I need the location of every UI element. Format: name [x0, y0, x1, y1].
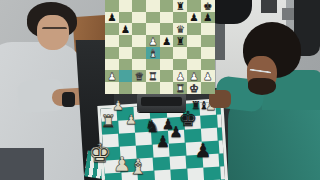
black-pawn-icon: ♟ — [189, 12, 198, 23]
square-b7 — [119, 12, 133, 24]
white-rook-piece: ♜ — [100, 113, 115, 130]
square-a6 — [105, 23, 119, 35]
square-h7: ♟ — [201, 12, 215, 24]
white-pawn-icon: ♟ — [176, 71, 185, 82]
square-d8 — [146, 0, 160, 12]
square-b2 — [119, 70, 133, 82]
square-f2: ♟ — [173, 70, 187, 82]
square-h1 — [201, 82, 215, 94]
square-b6: ♟ — [119, 23, 133, 35]
square-b4 — [119, 47, 133, 59]
square-h6 — [201, 23, 215, 35]
square-c6 — [132, 23, 146, 35]
square-f4 — [173, 47, 187, 59]
square-a2: ♟ — [105, 70, 119, 82]
black-king-icon: ♚ — [203, 1, 212, 12]
black-pawn-piece: ♟ — [194, 141, 211, 160]
black-pawn-icon: ♟ — [107, 12, 116, 23]
square-d7 — [146, 12, 160, 24]
right-player-beard — [248, 78, 276, 95]
square-e8 — [160, 0, 174, 12]
white-pawn-icon: ♟ — [203, 71, 212, 82]
square-a7: ♟ — [105, 12, 119, 24]
square-f5: ♜ — [173, 35, 187, 47]
square-a8 — [105, 0, 119, 12]
square-c5 — [132, 35, 146, 47]
white-queen-icon: ♛ — [135, 71, 144, 82]
black-pawn-icon: ♟ — [121, 24, 130, 35]
square-d1 — [146, 82, 160, 94]
white-king-piece: ♚ — [88, 140, 111, 166]
square-c2: ♛ — [132, 70, 146, 82]
square-d3 — [146, 59, 160, 71]
white-pawn-icon: ♟ — [189, 71, 198, 82]
square-h3 — [201, 59, 215, 71]
square-d2: ♜ — [146, 70, 160, 82]
square-b8 — [119, 0, 133, 12]
white-king-icon: ♚ — [189, 83, 198, 94]
square-c7 — [132, 12, 146, 24]
square-d6 — [146, 23, 160, 35]
chess-diagram-overlay: ♜♚♟♟♟♟♛♟♟♜♝♟♛♜♟♟♟♜♚ — [105, 0, 215, 94]
white-bishop-piece: ♝ — [129, 157, 148, 178]
square-e1 — [160, 82, 174, 94]
square-g4 — [187, 47, 201, 59]
black-pawn-piece: ♟ — [156, 134, 170, 150]
square-c8 — [132, 0, 146, 12]
square-a4 — [105, 47, 119, 59]
black-rook-icon: ♜ — [176, 36, 185, 47]
square-f1: ♜ — [173, 82, 187, 94]
square-h8: ♚ — [201, 0, 215, 12]
square-g1: ♚ — [187, 82, 201, 94]
square-f8: ♜ — [173, 0, 187, 12]
white-pawn-icon: ♟ — [107, 71, 116, 82]
square-a1 — [105, 82, 119, 94]
square-g5 — [187, 35, 201, 47]
white-pawn-piece: ♟ — [125, 113, 137, 126]
square-b1 — [119, 82, 133, 94]
square-c1 — [132, 82, 146, 94]
white-rook-icon: ♜ — [176, 83, 185, 94]
square-b5 — [119, 35, 133, 47]
square-a3 — [105, 59, 119, 71]
square-e3 — [160, 59, 174, 71]
square-f6: ♛ — [173, 23, 187, 35]
square-g2: ♟ — [187, 70, 201, 82]
square-e7 — [160, 12, 174, 24]
square-c3 — [132, 59, 146, 71]
square-e4 — [160, 47, 174, 59]
square-g3 — [187, 59, 201, 71]
square-f3 — [173, 59, 187, 71]
square-g8 — [187, 0, 201, 12]
square-g7: ♟ — [187, 12, 201, 24]
black-rook-icon: ♜ — [176, 1, 185, 12]
square-h4 — [201, 47, 215, 59]
square-f7 — [173, 12, 187, 24]
square-g6 — [187, 23, 201, 35]
black-pawn-icon: ♟ — [162, 36, 171, 47]
square-e5: ♟ — [160, 35, 174, 47]
square-d4: ♝ — [146, 47, 160, 59]
square-b3 — [119, 59, 133, 71]
black-king-piece: ♚ — [179, 109, 198, 130]
square-h2: ♟ — [201, 70, 215, 82]
broadcast-frame: ♟♟♜♚♟♝♞♟♟♟♚♟♜♝♟ ♜♚♟♟♟♟♛♟♟♜♝♟♛♜♟♟♟♜♚ — [0, 0, 320, 180]
square-h5 — [201, 35, 215, 47]
white-rook-icon: ♜ — [148, 71, 157, 82]
black-queen-icon: ♛ — [176, 24, 185, 35]
square-d5: ♟ — [146, 35, 160, 47]
white-bishop-icon: ♝ — [148, 48, 157, 59]
square-e6 — [160, 23, 174, 35]
white-pawn-icon: ♟ — [148, 36, 157, 47]
black-pawn-icon: ♟ — [203, 12, 212, 23]
square-e2 — [160, 70, 174, 82]
square-c4 — [132, 47, 146, 59]
square-a5 — [105, 35, 119, 47]
